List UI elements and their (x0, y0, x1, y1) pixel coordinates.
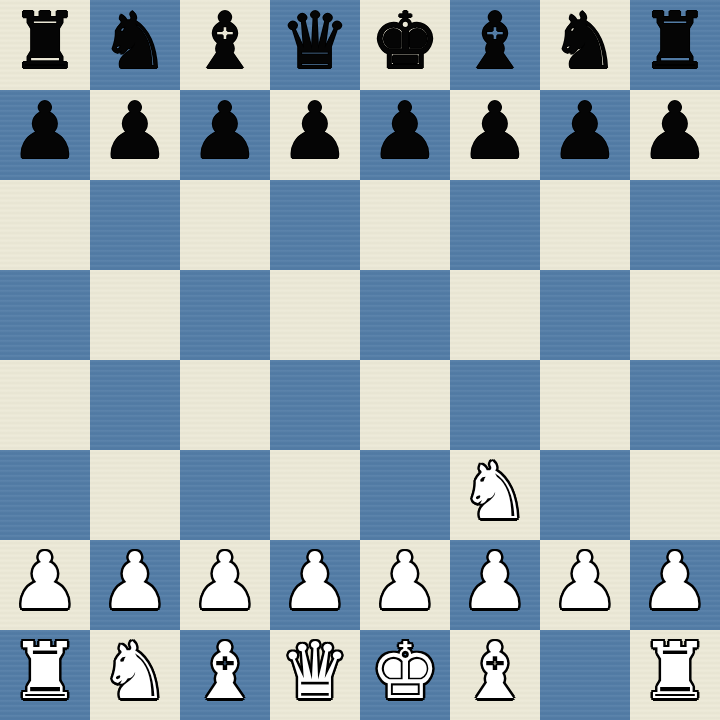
square-e7[interactable]: ♟ (360, 90, 450, 180)
piece-black-queen[interactable]: ♛ (280, 0, 350, 86)
piece-white-pawn[interactable]: ♟ (280, 540, 350, 626)
square-h7[interactable]: ♟ (630, 90, 720, 180)
square-f2[interactable]: ♟ (450, 540, 540, 630)
piece-white-pawn[interactable]: ♟ (100, 540, 170, 626)
piece-white-king[interactable]: ♚ (370, 630, 440, 716)
square-g4[interactable] (540, 360, 630, 450)
square-c4[interactable] (180, 360, 270, 450)
square-g5[interactable] (540, 270, 630, 360)
square-f1[interactable]: ♝ (450, 630, 540, 720)
square-d4[interactable] (270, 360, 360, 450)
square-c8[interactable]: ♝ (180, 0, 270, 90)
square-f7[interactable]: ♟ (450, 90, 540, 180)
piece-white-bishop[interactable]: ♝ (190, 630, 260, 716)
square-b2[interactable]: ♟ (90, 540, 180, 630)
piece-black-rook[interactable]: ♜ (640, 0, 710, 86)
square-f5[interactable] (450, 270, 540, 360)
square-c6[interactable] (180, 180, 270, 270)
square-f8[interactable]: ♝ (450, 0, 540, 90)
square-h3[interactable] (630, 450, 720, 540)
square-e6[interactable] (360, 180, 450, 270)
piece-white-pawn[interactable]: ♟ (10, 540, 80, 626)
square-a7[interactable]: ♟ (0, 90, 90, 180)
square-h8[interactable]: ♜ (630, 0, 720, 90)
square-d2[interactable]: ♟ (270, 540, 360, 630)
square-g7[interactable]: ♟ (540, 90, 630, 180)
square-f4[interactable] (450, 360, 540, 450)
square-b3[interactable] (90, 450, 180, 540)
square-e1[interactable]: ♚ (360, 630, 450, 720)
square-c2[interactable]: ♟ (180, 540, 270, 630)
piece-black-bishop[interactable]: ♝ (460, 0, 530, 86)
square-a2[interactable]: ♟ (0, 540, 90, 630)
piece-white-knight[interactable]: ♞ (460, 450, 530, 536)
piece-black-pawn[interactable]: ♟ (460, 90, 530, 176)
piece-white-rook[interactable]: ♜ (10, 630, 80, 716)
piece-white-pawn[interactable]: ♟ (640, 540, 710, 626)
piece-black-rook[interactable]: ♜ (10, 0, 80, 86)
piece-black-king[interactable]: ♚ (370, 0, 440, 86)
square-d1[interactable]: ♛ (270, 630, 360, 720)
piece-black-knight[interactable]: ♞ (100, 0, 170, 86)
piece-black-knight[interactable]: ♞ (550, 0, 620, 86)
square-h1[interactable]: ♜ (630, 630, 720, 720)
square-g6[interactable] (540, 180, 630, 270)
square-c3[interactable] (180, 450, 270, 540)
piece-black-pawn[interactable]: ♟ (190, 90, 260, 176)
square-a3[interactable] (0, 450, 90, 540)
square-d3[interactable] (270, 450, 360, 540)
square-f6[interactable] (450, 180, 540, 270)
square-a4[interactable] (0, 360, 90, 450)
square-b5[interactable] (90, 270, 180, 360)
piece-white-pawn[interactable]: ♟ (370, 540, 440, 626)
square-e4[interactable] (360, 360, 450, 450)
square-d5[interactable] (270, 270, 360, 360)
square-b7[interactable]: ♟ (90, 90, 180, 180)
piece-white-pawn[interactable]: ♟ (550, 540, 620, 626)
square-h5[interactable] (630, 270, 720, 360)
piece-black-pawn[interactable]: ♟ (640, 90, 710, 176)
square-e8[interactable]: ♚ (360, 0, 450, 90)
piece-black-bishop[interactable]: ♝ (190, 0, 260, 86)
square-g2[interactable]: ♟ (540, 540, 630, 630)
piece-white-knight[interactable]: ♞ (100, 630, 170, 716)
square-a6[interactable] (0, 180, 90, 270)
square-h6[interactable] (630, 180, 720, 270)
square-c7[interactable]: ♟ (180, 90, 270, 180)
piece-white-rook[interactable]: ♜ (640, 630, 710, 716)
piece-black-pawn[interactable]: ♟ (280, 90, 350, 176)
square-b1[interactable]: ♞ (90, 630, 180, 720)
square-f3[interactable]: ♞ (450, 450, 540, 540)
chess-board: ♜♞♝♛♚♝♞♜♟♟♟♟♟♟♟♟♞♟♟♟♟♟♟♟♟♜♞♝♛♚♝♜ (0, 0, 720, 720)
square-a1[interactable]: ♜ (0, 630, 90, 720)
piece-white-queen[interactable]: ♛ (280, 630, 350, 716)
square-g8[interactable]: ♞ (540, 0, 630, 90)
piece-black-pawn[interactable]: ♟ (10, 90, 80, 176)
square-g1[interactable] (540, 630, 630, 720)
square-d8[interactable]: ♛ (270, 0, 360, 90)
piece-black-pawn[interactable]: ♟ (100, 90, 170, 176)
square-h2[interactable]: ♟ (630, 540, 720, 630)
square-b8[interactable]: ♞ (90, 0, 180, 90)
square-b6[interactable] (90, 180, 180, 270)
square-c5[interactable] (180, 270, 270, 360)
square-e3[interactable] (360, 450, 450, 540)
piece-black-pawn[interactable]: ♟ (370, 90, 440, 176)
square-d6[interactable] (270, 180, 360, 270)
piece-white-pawn[interactable]: ♟ (190, 540, 260, 626)
square-a5[interactable] (0, 270, 90, 360)
square-b4[interactable] (90, 360, 180, 450)
piece-white-bishop[interactable]: ♝ (460, 630, 530, 716)
square-h4[interactable] (630, 360, 720, 450)
square-e2[interactable]: ♟ (360, 540, 450, 630)
square-d7[interactable]: ♟ (270, 90, 360, 180)
square-c1[interactable]: ♝ (180, 630, 270, 720)
square-e5[interactable] (360, 270, 450, 360)
piece-white-pawn[interactable]: ♟ (460, 540, 530, 626)
piece-black-pawn[interactable]: ♟ (550, 90, 620, 176)
square-g3[interactable] (540, 450, 630, 540)
square-a8[interactable]: ♜ (0, 0, 90, 90)
